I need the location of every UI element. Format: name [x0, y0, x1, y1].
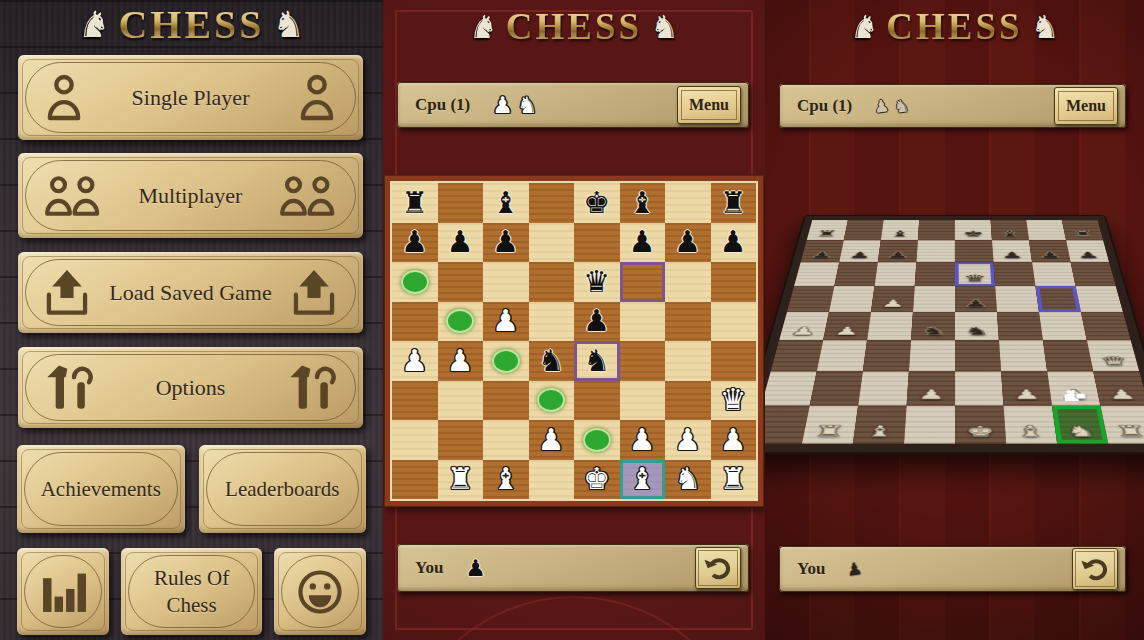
- single-person-icon: [44, 72, 84, 124]
- cpu-player-bar-3d: Cpu (1) ♟♞ Menu: [779, 84, 1126, 128]
- rules-of-chess-label: Rules Of Chess: [129, 565, 254, 618]
- square-e2[interactable]: [574, 420, 620, 460]
- square-d4[interactable]: ♞: [911, 312, 955, 340]
- white-rook[interactable]: ♜: [1115, 420, 1144, 443]
- square-f7[interactable]: ♟: [620, 223, 666, 263]
- white-pawn[interactable]: ♟: [881, 296, 903, 312]
- tools-icon: [287, 362, 337, 414]
- square-c4[interactable]: [867, 312, 913, 340]
- single-player-button[interactable]: Single Player: [18, 55, 363, 140]
- square-a8[interactable]: ♜: [392, 183, 438, 223]
- smiley-icon: [296, 568, 344, 616]
- square-c1[interactable]: ♝: [483, 460, 529, 500]
- square-a7[interactable]: ♟: [392, 223, 438, 263]
- square-g2[interactable]: ♟: [665, 420, 711, 460]
- square-e1[interactable]: ♚: [955, 406, 1006, 444]
- square-b1[interactable]: ♜: [801, 406, 857, 444]
- black-pawn[interactable]: ♟: [483, 223, 529, 263]
- square-f6[interactable]: [620, 262, 666, 302]
- square-e1[interactable]: ♚: [574, 460, 620, 500]
- square-a4[interactable]: ♟: [779, 312, 829, 340]
- captured-black-pawn: ♟: [465, 557, 486, 580]
- square-a3[interactable]: [770, 340, 823, 371]
- menu-button[interactable]: Menu: [677, 86, 741, 124]
- move-hint-dot[interactable]: [446, 309, 474, 333]
- black-pawn[interactable]: ♟: [887, 248, 907, 261]
- square-a3[interactable]: [392, 381, 438, 421]
- achievements-label: Achievements: [25, 476, 177, 502]
- black-queen[interactable]: ♛: [964, 271, 984, 286]
- white-queen[interactable]: ♛: [711, 381, 757, 421]
- square-f5[interactable]: [995, 286, 1039, 312]
- square-f4[interactable]: [997, 312, 1043, 340]
- square-b5[interactable]: [829, 286, 875, 312]
- square-d7[interactable]: [529, 223, 575, 263]
- white-pawn[interactable]: ♟: [392, 341, 438, 381]
- statistics-button[interactable]: [17, 548, 109, 635]
- square-f2[interactable]: ♟: [620, 420, 666, 460]
- square-c3[interactable]: [862, 340, 910, 371]
- square-d1[interactable]: [903, 406, 954, 444]
- square-h8[interactable]: ♜: [1061, 220, 1102, 240]
- game-2d-panel: ♞CHESS♞ Cpu (1) ♟♞ Menu ♜♝♚♝♜♟♟♟♟♟♟♛♟♟♟♟…: [383, 0, 765, 640]
- square-d1[interactable]: [529, 460, 575, 500]
- black-pawn[interactable]: ♟: [1039, 248, 1060, 261]
- white-bishop[interactable]: ♝: [483, 460, 529, 500]
- square-c5[interactable]: ♟: [483, 302, 529, 342]
- square-e7[interactable]: [574, 223, 620, 263]
- square-h6[interactable]: [1070, 262, 1115, 286]
- captured-by-you-3d: ♟: [847, 561, 1072, 578]
- square-b3[interactable]: [816, 340, 866, 371]
- cpu-player-name-3d: Cpu (1): [797, 96, 852, 116]
- square-g6[interactable]: [665, 262, 711, 302]
- square-e7[interactable]: [955, 240, 994, 262]
- square-a5[interactable]: [392, 302, 438, 342]
- black-king[interactable]: ♚: [574, 183, 620, 223]
- square-e8[interactable]: ♚: [955, 220, 992, 240]
- white-pawn[interactable]: ♟: [1107, 384, 1136, 405]
- square-e6[interactable]: ♛: [574, 262, 620, 302]
- square-h8[interactable]: ♜: [711, 183, 757, 223]
- square-d4[interactable]: ♞: [529, 341, 575, 381]
- single-person-icon: [297, 72, 337, 124]
- app-title: CHESS: [886, 0, 1022, 54]
- captured-by-you: ♟: [465, 557, 695, 580]
- square-c6[interactable]: [874, 262, 916, 286]
- square-e3[interactable]: [574, 381, 620, 421]
- chess-app-screenshot: ♞CHESS♞ Single Player Multiplayer: [0, 0, 1144, 640]
- white-pawn[interactable]: ♟: [483, 302, 529, 342]
- achievements-button[interactable]: Achievements: [17, 445, 185, 533]
- white-rook[interactable]: ♜: [814, 420, 843, 443]
- square-g4[interactable]: [665, 341, 711, 381]
- menu-title-row: ♞CHESS♞: [0, 0, 383, 50]
- square-h2[interactable]: ♟: [711, 420, 757, 460]
- chess-board-3d-wrapper: ♜♝♚♝♜♟♟♟♟♟♟♛♟♟♟♟♞♞♛♟♟♟♟♜♝♚♝♞♜: [765, 132, 1144, 492]
- square-g7[interactable]: ♟: [1029, 240, 1071, 262]
- square-e3[interactable]: [955, 340, 1001, 371]
- square-f6[interactable]: [993, 262, 1035, 286]
- options-button[interactable]: Options: [18, 347, 363, 428]
- game2d-title-row: ♞CHESS♞: [383, 0, 765, 54]
- square-h6[interactable]: [711, 262, 757, 302]
- white-bishop[interactable]: ♝: [1016, 420, 1044, 443]
- move-hint-dot[interactable]: [537, 388, 565, 412]
- two-people-icon: [279, 171, 337, 221]
- black-pawn[interactable]: ♟: [810, 248, 832, 261]
- square-a1[interactable]: [765, 406, 809, 444]
- square-h3[interactable]: ♛: [711, 381, 757, 421]
- white-pawn[interactable]: ♟: [790, 322, 816, 339]
- square-e5[interactable]: ♟: [574, 302, 620, 342]
- square-c5[interactable]: ♟: [871, 286, 915, 312]
- multiplayer-button[interactable]: Multiplayer: [18, 153, 363, 238]
- black-pawn[interactable]: ♟: [438, 223, 484, 263]
- square-d7[interactable]: [916, 240, 955, 262]
- square-d3[interactable]: [908, 340, 954, 371]
- two-people-icon: [44, 171, 102, 221]
- square-g5[interactable]: [1035, 286, 1081, 312]
- game3d-title-row: ♞CHESS♞: [765, 0, 1144, 54]
- chess-board-2d-frame: ♜♝♚♝♜♟♟♟♟♟♟♛♟♟♟♟♞♞♛♟♟♟♟♜♝♚♝♞♜: [385, 176, 763, 506]
- black-rook[interactable]: ♜: [816, 227, 837, 239]
- square-e8[interactable]: ♚: [574, 183, 620, 223]
- captured-by-cpu-3d: ♟♞: [874, 98, 1054, 115]
- app-title: CHESS: [118, 0, 264, 50]
- square-f5[interactable]: [620, 302, 666, 342]
- white-rook[interactable]: ♜: [711, 460, 757, 500]
- knight-icon: ♞: [650, 0, 679, 54]
- knight-icon: ♞: [469, 0, 498, 54]
- white-pawn[interactable]: ♟: [1060, 384, 1087, 405]
- square-c8[interactable]: ♝: [880, 220, 918, 240]
- black-knight[interactable]: ♞: [529, 341, 575, 381]
- square-g5[interactable]: [665, 302, 711, 342]
- white-bishop[interactable]: ♝: [865, 420, 893, 443]
- black-knight[interactable]: ♞: [574, 341, 620, 381]
- square-d6[interactable]: [914, 262, 954, 286]
- ornament-arc: [399, 596, 749, 640]
- square-h4[interactable]: [1081, 312, 1131, 340]
- white-pawn[interactable]: ♟: [438, 341, 484, 381]
- black-pawn[interactable]: ♟: [1002, 248, 1022, 261]
- move-hint-dot[interactable]: [401, 270, 429, 294]
- white-knight[interactable]: ♞: [1066, 420, 1095, 443]
- chess-board-3d[interactable]: ♜♝♚♝♜♟♟♟♟♟♟♛♟♟♟♟♞♞♛♟♟♟♟♜♝♚♝♞♜: [765, 216, 1144, 452]
- undo-button[interactable]: [695, 547, 741, 589]
- square-h7[interactable]: ♟: [1066, 240, 1109, 262]
- square-b1[interactable]: ♜: [438, 460, 484, 500]
- white-pawn[interactable]: ♟: [834, 322, 859, 339]
- square-c7[interactable]: ♟: [877, 240, 917, 262]
- move-hint-dot[interactable]: [492, 349, 520, 373]
- square-c6[interactable]: [483, 262, 529, 302]
- square-a5[interactable]: [787, 286, 834, 312]
- black-bishop[interactable]: ♝: [1000, 227, 1020, 239]
- square-c2[interactable]: [483, 420, 529, 460]
- square-g3[interactable]: [1042, 340, 1092, 371]
- square-h4[interactable]: [711, 341, 757, 381]
- undo-arrow-icon: [1080, 555, 1110, 583]
- square-c4[interactable]: [483, 341, 529, 381]
- black-rook[interactable]: ♜: [711, 183, 757, 223]
- square-g7[interactable]: ♟: [665, 223, 711, 263]
- square-h2[interactable]: ♟: [1093, 371, 1144, 405]
- square-c3[interactable]: [483, 381, 529, 421]
- square-f2[interactable]: ♟: [1001, 371, 1052, 405]
- square-c2[interactable]: [858, 371, 909, 405]
- square-b7[interactable]: ♟: [839, 240, 881, 262]
- load-game-icon: [291, 268, 337, 318]
- white-king[interactable]: ♚: [574, 460, 620, 500]
- captured-white-pawn: ♟: [873, 97, 890, 116]
- square-f7[interactable]: ♟: [992, 240, 1032, 262]
- white-pawn[interactable]: ♟: [918, 384, 943, 405]
- square-f4[interactable]: [620, 341, 666, 381]
- square-d5[interactable]: [529, 302, 575, 342]
- square-a6[interactable]: [794, 262, 839, 286]
- main-menu-panel: ♞CHESS♞ Single Player Multiplayer: [0, 0, 383, 640]
- cpu-player-name: Cpu (1): [415, 95, 470, 115]
- square-g3[interactable]: [665, 381, 711, 421]
- square-b7[interactable]: ♟: [438, 223, 484, 263]
- knight-icon: ♞: [78, 0, 110, 50]
- black-knight[interactable]: ♞: [965, 322, 987, 339]
- black-pawn[interactable]: ♟: [965, 296, 986, 312]
- cpu-player-bar: Cpu (1) ♟♞ Menu: [397, 82, 749, 128]
- square-e5[interactable]: ♟: [955, 286, 997, 312]
- square-f8[interactable]: ♝: [620, 183, 666, 223]
- square-f3[interactable]: [998, 340, 1046, 371]
- you-player-bar-3d: You ♟: [779, 546, 1126, 592]
- square-d2[interactable]: ♟: [529, 420, 575, 460]
- black-king[interactable]: ♚: [964, 227, 983, 239]
- square-f1[interactable]: ♝: [620, 460, 666, 500]
- square-e4[interactable]: ♞: [955, 312, 999, 340]
- square-h1[interactable]: ♜: [711, 460, 757, 500]
- square-b6[interactable]: [438, 262, 484, 302]
- white-rook[interactable]: ♜: [438, 460, 484, 500]
- square-c7[interactable]: ♟: [483, 223, 529, 263]
- square-b4[interactable]: ♟: [823, 312, 871, 340]
- square-g6[interactable]: [1032, 262, 1075, 286]
- black-bishop[interactable]: ♝: [890, 227, 910, 239]
- square-g2[interactable]: ♟: [1047, 371, 1100, 405]
- app-title: CHESS: [506, 0, 642, 54]
- black-pawn[interactable]: ♟: [392, 223, 438, 263]
- square-c8[interactable]: ♝: [483, 183, 529, 223]
- square-e4[interactable]: ♞: [574, 341, 620, 381]
- options-label: Options: [94, 374, 287, 402]
- square-d8[interactable]: [917, 220, 954, 240]
- white-pawn[interactable]: ♟: [665, 420, 711, 460]
- square-f8[interactable]: ♝: [990, 220, 1028, 240]
- square-g8[interactable]: [665, 183, 711, 223]
- square-b6[interactable]: [834, 262, 877, 286]
- square-h5[interactable]: [711, 302, 757, 342]
- you-player-name: You: [415, 558, 443, 578]
- captured-by-cpu: ♟♞: [492, 94, 677, 117]
- square-a2[interactable]: [392, 420, 438, 460]
- square-g4[interactable]: [1039, 312, 1087, 340]
- black-rook[interactable]: ♜: [392, 183, 438, 223]
- black-queen[interactable]: ♛: [574, 262, 620, 302]
- square-h1[interactable]: ♜: [1100, 406, 1144, 444]
- square-a1[interactable]: [392, 460, 438, 500]
- square-h7[interactable]: ♟: [711, 223, 757, 263]
- square-d5[interactable]: [913, 286, 955, 312]
- square-e6[interactable]: ♛: [955, 262, 995, 286]
- undo-button-3d[interactable]: [1072, 548, 1118, 590]
- black-knight[interactable]: ♞: [922, 322, 944, 339]
- square-a8[interactable]: ♜: [806, 220, 847, 240]
- move-hint-dot[interactable]: [583, 428, 611, 452]
- bar-chart-icon: [40, 569, 86, 615]
- load-game-icon: [44, 268, 90, 318]
- game-3d-panel: ♞CHESS♞ Cpu (1) ♟♞ Menu ♜♝♚♝♜♟♟♟♟♟♟♛♟♟♟♟…: [765, 0, 1144, 640]
- white-knight[interactable]: ♞: [665, 460, 711, 500]
- menu-button-3d-label: Menu: [1066, 97, 1106, 115]
- leaderboards-label: Leaderboards: [207, 476, 359, 502]
- knight-icon: ♞: [1031, 0, 1060, 54]
- square-b8[interactable]: [438, 183, 484, 223]
- square-g1[interactable]: ♞: [1051, 406, 1107, 444]
- square-b2[interactable]: [809, 371, 862, 405]
- square-d2[interactable]: ♟: [906, 371, 954, 405]
- square-e2[interactable]: [955, 371, 1003, 405]
- square-d8[interactable]: [529, 183, 575, 223]
- you-player-bar: You ♟: [397, 544, 749, 592]
- white-pawn[interactable]: ♟: [711, 420, 757, 460]
- square-h3[interactable]: ♛: [1086, 340, 1139, 371]
- captured-white-pawn: ♟: [492, 94, 513, 117]
- feedback-button[interactable]: [274, 548, 366, 635]
- square-b5[interactable]: [438, 302, 484, 342]
- square-a6[interactable]: [392, 262, 438, 302]
- square-d3[interactable]: [529, 381, 575, 421]
- square-a7[interactable]: ♟: [800, 240, 843, 262]
- tools-icon: [44, 362, 94, 414]
- black-pawn[interactable]: ♟: [1077, 248, 1099, 261]
- white-pawn[interactable]: ♟: [529, 420, 575, 460]
- player-turn-human-icon: [1060, 389, 1088, 404]
- single-player-label: Single Player: [84, 84, 297, 112]
- knight-icon: ♞: [850, 0, 879, 54]
- undo-arrow-icon: [703, 554, 733, 582]
- rules-of-chess-button[interactable]: Rules Of Chess: [121, 548, 262, 635]
- black-bishop[interactable]: ♝: [483, 183, 529, 223]
- square-a4[interactable]: ♟: [392, 341, 438, 381]
- square-c1[interactable]: ♝: [852, 406, 906, 444]
- white-king[interactable]: ♚: [967, 420, 993, 443]
- white-queen[interactable]: ♛: [1100, 352, 1127, 371]
- white-pawn[interactable]: ♟: [620, 420, 666, 460]
- square-d6[interactable]: [529, 262, 575, 302]
- multiplayer-label: Multiplayer: [102, 182, 279, 210]
- captured-white-knight: ♞: [517, 94, 538, 117]
- you-player-name-3d: You: [797, 559, 825, 579]
- square-g1[interactable]: ♞: [665, 460, 711, 500]
- captured-black-pawn: ♟: [846, 560, 863, 579]
- square-b4[interactable]: ♟: [438, 341, 484, 381]
- square-f3[interactable]: [620, 381, 666, 421]
- black-rook[interactable]: ♜: [1072, 227, 1093, 239]
- load-saved-game-label: Load Saved Game: [90, 279, 291, 307]
- square-f1[interactable]: ♝: [1003, 406, 1057, 444]
- knight-icon: ♞: [273, 0, 305, 50]
- chess-board-2d[interactable]: ♜♝♚♝♜♟♟♟♟♟♟♛♟♟♟♟♞♞♛♟♟♟♟♜♝♚♝♞♜: [392, 183, 756, 499]
- white-pawn[interactable]: ♟: [1013, 384, 1039, 405]
- black-pawn[interactable]: ♟: [665, 223, 711, 263]
- square-b8[interactable]: [843, 220, 883, 240]
- menu-button-label: Menu: [689, 96, 729, 114]
- white-bishop[interactable]: ♝: [620, 460, 666, 500]
- square-h5[interactable]: [1075, 286, 1122, 312]
- load-saved-game-button[interactable]: Load Saved Game: [18, 252, 363, 333]
- captured-white-knight: ♞: [892, 97, 909, 116]
- square-a2[interactable]: [765, 371, 816, 405]
- black-pawn[interactable]: ♟: [711, 223, 757, 263]
- leaderboards-button[interactable]: Leaderboards: [199, 445, 367, 533]
- square-b3[interactable]: [438, 381, 484, 421]
- black-bishop[interactable]: ♝: [620, 183, 666, 223]
- black-pawn[interactable]: ♟: [620, 223, 666, 263]
- square-g8[interactable]: [1026, 220, 1066, 240]
- black-pawn[interactable]: ♟: [849, 248, 870, 261]
- square-b2[interactable]: [438, 420, 484, 460]
- black-pawn[interactable]: ♟: [574, 302, 620, 342]
- menu-button-3d[interactable]: Menu: [1054, 87, 1118, 125]
